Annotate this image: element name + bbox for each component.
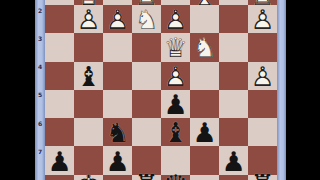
- square-f3[interactable]: [103, 33, 132, 61]
- square-c7[interactable]: [190, 146, 219, 174]
- piece-black-king-g8[interactable]: ♚: [74, 170, 103, 180]
- square-e6[interactable]: [132, 118, 161, 146]
- pawn-outline-icon: ♙: [248, 5, 277, 33]
- piece-black-queen-d8[interactable]: ♛: [161, 170, 190, 180]
- square-b5[interactable]: [219, 90, 248, 118]
- black-pawn-icon: ♟: [190, 118, 219, 146]
- chess-board: ♜♖♝♗♜♖♚♔♟♙♟♙♞♘♟♙♟♙♞♘♛♕♟♙♟♙♝♟♟♝♞♟♟♟♜♛♜♚: [45, 0, 277, 180]
- piece-black-pawn-c6[interactable]: ♟: [190, 118, 219, 146]
- rank-coordinate-strip-left: 234567: [35, 0, 45, 180]
- square-c5[interactable]: [190, 90, 219, 118]
- square-e3[interactable]: [132, 33, 161, 61]
- piece-black-bishop-d6[interactable]: ♝: [161, 118, 190, 146]
- square-f4[interactable]: [103, 62, 132, 90]
- piece-white-pawn-d4[interactable]: ♟♙: [161, 62, 190, 90]
- pawn-outline-icon: ♙: [74, 5, 103, 33]
- piece-black-knight-f6[interactable]: ♞: [103, 118, 132, 146]
- black-king-icon: ♚: [74, 170, 103, 180]
- piece-black-pawn-b7[interactable]: ♟: [219, 147, 248, 175]
- piece-black-bishop-g4[interactable]: ♝: [74, 62, 103, 90]
- square-h5[interactable]: [45, 90, 74, 118]
- piece-black-pawn-h7[interactable]: ♟: [45, 147, 74, 175]
- square-b3[interactable]: [219, 33, 248, 61]
- piece-white-knight-e2[interactable]: ♞♘: [132, 5, 161, 33]
- square-g3[interactable]: [74, 33, 103, 61]
- knight-outline-icon: ♘: [190, 33, 219, 61]
- piece-white-knight-c3[interactable]: ♞♘: [190, 33, 219, 61]
- pawn-outline-icon: ♙: [161, 5, 190, 33]
- square-a6[interactable]: [248, 118, 277, 146]
- square-b2[interactable]: [219, 5, 248, 33]
- square-h6[interactable]: [45, 118, 74, 146]
- square-a3[interactable]: [248, 33, 277, 61]
- black-knight-icon: ♞: [103, 118, 132, 146]
- rank-label-6: 6: [35, 121, 45, 127]
- square-h2[interactable]: [45, 5, 74, 33]
- square-c4[interactable]: [190, 62, 219, 90]
- queen-outline-icon: ♕: [161, 33, 190, 61]
- piece-white-pawn-f2[interactable]: ♟♙: [103, 5, 132, 33]
- black-pawn-icon: ♟: [219, 147, 248, 175]
- piece-white-pawn-d2[interactable]: ♟♙: [161, 5, 190, 33]
- coordinate-strip-right: [277, 0, 286, 180]
- piece-white-pawn-a2[interactable]: ♟♙: [248, 5, 277, 33]
- square-h4[interactable]: [45, 62, 74, 90]
- piece-white-queen-d3[interactable]: ♛♕: [161, 33, 190, 61]
- square-e4[interactable]: [132, 62, 161, 90]
- black-pawn-icon: ♟: [103, 147, 132, 175]
- piece-black-pawn-d5[interactable]: ♟: [161, 90, 190, 118]
- piece-black-pawn-f7[interactable]: ♟: [103, 147, 132, 175]
- piece-white-pawn-g2[interactable]: ♟♙: [74, 5, 103, 33]
- knight-outline-icon: ♘: [132, 5, 161, 33]
- square-h3[interactable]: [45, 33, 74, 61]
- pawn-outline-icon: ♙: [248, 62, 277, 90]
- piece-white-bishop-c1[interactable]: ♝♗: [190, 0, 219, 9]
- bishop-outline-icon: ♗: [190, 0, 219, 9]
- pawn-outline-icon: ♙: [161, 62, 190, 90]
- square-e5[interactable]: [132, 90, 161, 118]
- piece-black-rook-e8[interactable]: ♜: [132, 170, 161, 180]
- rank-label-3: 3: [35, 36, 45, 42]
- square-g6[interactable]: [74, 118, 103, 146]
- black-rook-icon: ♜: [132, 170, 161, 180]
- square-g5[interactable]: [74, 90, 103, 118]
- rank-label-2: 2: [35, 8, 45, 14]
- pawn-outline-icon: ♙: [103, 5, 132, 33]
- piece-white-pawn-a4[interactable]: ♟♙: [248, 62, 277, 90]
- rank-label-5: 5: [35, 92, 45, 98]
- rank-label-7: 7: [35, 149, 45, 155]
- piece-black-rook-a8[interactable]: ♜: [248, 170, 277, 180]
- square-b4[interactable]: [219, 62, 248, 90]
- black-pawn-icon: ♟: [45, 147, 74, 175]
- black-bishop-icon: ♝: [161, 118, 190, 146]
- black-pawn-icon: ♟: [161, 90, 190, 118]
- black-rook-icon: ♜: [248, 170, 277, 180]
- black-bishop-icon: ♝: [74, 62, 103, 90]
- chess-video-frame: 234567 ♜♖♝♗♜♖♚♔♟♙♟♙♞♘♟♙♟♙♞♘♛♕♟♙♟♙♝♟♟♝♞♟♟…: [0, 0, 320, 180]
- square-c8[interactable]: [190, 175, 219, 180]
- square-f5[interactable]: [103, 90, 132, 118]
- rank-label-4: 4: [35, 64, 45, 70]
- square-b6[interactable]: [219, 118, 248, 146]
- square-a5[interactable]: [248, 90, 277, 118]
- black-queen-icon: ♛: [161, 170, 190, 180]
